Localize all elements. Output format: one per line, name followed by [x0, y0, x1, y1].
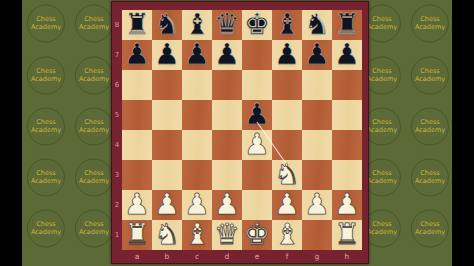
watermark-line2: Academy: [31, 177, 61, 185]
watermark-line2: Academy: [415, 23, 445, 31]
piece-black-bishop[interactable]: ♝: [182, 10, 212, 40]
watermark-line2: Academy: [415, 75, 445, 83]
piece-white-pawn[interactable]: ♟: [212, 190, 242, 220]
square-c1[interactable]: ♝: [182, 220, 212, 250]
square-b4[interactable]: [152, 130, 182, 160]
piece-white-pawn[interactable]: ♟: [152, 190, 182, 220]
rank-label-1: 1: [112, 220, 122, 250]
piece-white-pawn[interactable]: ♟: [242, 130, 272, 160]
square-c8[interactable]: ♝: [182, 10, 212, 40]
rank-label-8: 8: [112, 10, 122, 40]
piece-black-pawn[interactable]: ♟: [212, 40, 242, 70]
watermark: ChessAcademy: [415, 170, 445, 185]
file-label-h: h: [332, 250, 362, 263]
piece-white-pawn[interactable]: ♟: [332, 190, 362, 220]
piece-white-pawn[interactable]: ♟: [272, 190, 302, 220]
watermark: ChessAcademy: [415, 16, 445, 31]
file-label-a: a: [122, 250, 152, 263]
rank-label-2: 2: [112, 190, 122, 220]
file-label-g: g: [302, 250, 332, 263]
watermark: ChessAcademy: [367, 221, 397, 236]
square-c2[interactable]: ♟: [182, 190, 212, 220]
piece-black-bishop[interactable]: ♝: [272, 10, 302, 40]
square-e6[interactable]: [242, 70, 272, 100]
watermark: ChessAcademy: [79, 119, 109, 134]
square-e7[interactable]: [242, 40, 272, 70]
square-e5[interactable]: ♟: [242, 100, 272, 130]
rank-label-7: 7: [112, 40, 122, 70]
watermark: ChessAcademy: [31, 170, 61, 185]
watermark: ChessAcademy: [367, 119, 397, 134]
watermark-line2: Academy: [415, 126, 445, 134]
watermark: ChessAcademy: [79, 170, 109, 185]
square-g3[interactable]: [302, 160, 332, 190]
watermark: ChessAcademy: [31, 119, 61, 134]
square-a5[interactable]: [122, 100, 152, 130]
square-d2[interactable]: ♟: [212, 190, 242, 220]
rank-label-3: 3: [112, 160, 122, 190]
square-a4[interactable]: [122, 130, 152, 160]
piece-black-knight[interactable]: ♞: [152, 10, 182, 40]
watermark-line2: Academy: [31, 23, 61, 31]
piece-black-pawn[interactable]: ♟: [272, 40, 302, 70]
watermark: ChessAcademy: [415, 68, 445, 83]
square-c7[interactable]: ♟: [182, 40, 212, 70]
piece-black-pawn[interactable]: ♟: [152, 40, 182, 70]
square-d7[interactable]: ♟: [212, 40, 242, 70]
piece-black-king[interactable]: ♚: [242, 10, 272, 40]
watermark-line2: Academy: [415, 177, 445, 185]
piece-black-knight[interactable]: ♞: [302, 10, 332, 40]
square-g4[interactable]: [302, 130, 332, 160]
board-grid: ♜♞♝♛♚♝♞♜♟♟♟♟♟♟♟♟♟♞♟♟♟♟♟♟♟♜♞♝♛♚♝♜: [122, 10, 362, 250]
file-label-d: d: [212, 250, 242, 263]
square-g5[interactable]: [302, 100, 332, 130]
square-e1[interactable]: ♚: [242, 220, 272, 250]
watermark-line2: Academy: [367, 75, 397, 83]
watermark: ChessAcademy: [415, 119, 445, 134]
watermark: ChessAcademy: [31, 16, 61, 31]
piece-black-rook[interactable]: ♜: [332, 10, 362, 40]
piece-black-rook[interactable]: ♜: [122, 10, 152, 40]
square-c5[interactable]: [182, 100, 212, 130]
watermark-line2: Academy: [79, 126, 109, 134]
piece-black-pawn[interactable]: ♟: [242, 100, 272, 130]
piece-white-queen[interactable]: ♛: [212, 220, 242, 250]
square-d1[interactable]: ♛: [212, 220, 242, 250]
square-h5[interactable]: [332, 100, 362, 130]
piece-white-bishop[interactable]: ♝: [272, 220, 302, 250]
square-a1[interactable]: ♜: [122, 220, 152, 250]
square-c4[interactable]: [182, 130, 212, 160]
square-g8[interactable]: ♞: [302, 10, 332, 40]
file-label-c: c: [182, 250, 212, 263]
square-b6[interactable]: [152, 70, 182, 100]
file-label-e: e: [242, 250, 272, 263]
square-h1[interactable]: ♜: [332, 220, 362, 250]
square-a6[interactable]: [122, 70, 152, 100]
square-a2[interactable]: ♟: [122, 190, 152, 220]
piece-white-rook[interactable]: ♜: [122, 220, 152, 250]
square-d6[interactable]: [212, 70, 242, 100]
square-b5[interactable]: [152, 100, 182, 130]
piece-black-pawn[interactable]: ♟: [302, 40, 332, 70]
piece-black-pawn[interactable]: ♟: [182, 40, 212, 70]
square-e8[interactable]: ♚: [242, 10, 272, 40]
square-h2[interactable]: ♟: [332, 190, 362, 220]
watermark-line2: Academy: [367, 23, 397, 31]
square-g6[interactable]: [302, 70, 332, 100]
square-e2[interactable]: [242, 190, 272, 220]
square-d8[interactable]: ♛: [212, 10, 242, 40]
piece-white-knight[interactable]: ♞: [272, 160, 302, 190]
piece-white-king[interactable]: ♚: [242, 220, 272, 250]
square-f1[interactable]: ♝: [272, 220, 302, 250]
piece-black-pawn[interactable]: ♟: [122, 40, 152, 70]
watermark: ChessAcademy: [31, 68, 61, 83]
square-f2[interactable]: ♟: [272, 190, 302, 220]
square-h8[interactable]: ♜: [332, 10, 362, 40]
square-h4[interactable]: [332, 130, 362, 160]
watermark: ChessAcademy: [31, 221, 61, 236]
watermark: ChessAcademy: [367, 170, 397, 185]
square-b1[interactable]: ♞: [152, 220, 182, 250]
piece-black-queen[interactable]: ♛: [212, 10, 242, 40]
rank-label-4: 4: [112, 130, 122, 160]
square-a7[interactable]: ♟: [122, 40, 152, 70]
watermark-line2: Academy: [31, 228, 61, 236]
watermark-line2: Academy: [367, 126, 397, 134]
watermark: ChessAcademy: [79, 68, 109, 83]
square-g2[interactable]: ♟: [302, 190, 332, 220]
piece-white-pawn[interactable]: ♟: [122, 190, 152, 220]
piece-white-rook[interactable]: ♜: [332, 220, 362, 250]
watermark: ChessAcademy: [79, 221, 109, 236]
square-g7[interactable]: ♟: [302, 40, 332, 70]
square-c6[interactable]: [182, 70, 212, 100]
square-f5[interactable]: [272, 100, 302, 130]
square-e4[interactable]: ♟: [242, 130, 272, 160]
watermark-line2: Academy: [367, 177, 397, 185]
piece-white-knight[interactable]: ♞: [152, 220, 182, 250]
square-f3[interactable]: ♞: [272, 160, 302, 190]
square-d4[interactable]: [212, 130, 242, 160]
square-d3[interactable]: [212, 160, 242, 190]
square-a8[interactable]: ♜: [122, 10, 152, 40]
watermark-line2: Academy: [31, 75, 61, 83]
square-b3[interactable]: [152, 160, 182, 190]
watermark-line2: Academy: [79, 75, 109, 83]
square-a3[interactable]: [122, 160, 152, 190]
watermark-line2: Academy: [415, 228, 445, 236]
square-b8[interactable]: ♞: [152, 10, 182, 40]
piece-white-pawn[interactable]: ♟: [182, 190, 212, 220]
square-f6[interactable]: [272, 70, 302, 100]
square-b2[interactable]: ♟: [152, 190, 182, 220]
square-g1[interactable]: [302, 220, 332, 250]
square-f7[interactable]: ♟: [272, 40, 302, 70]
watermark: ChessAcademy: [415, 221, 445, 236]
square-h3[interactable]: [332, 160, 362, 190]
watermark-line2: Academy: [79, 228, 109, 236]
chess-board: ♜♞♝♛♚♝♞♜♟♟♟♟♟♟♟♟♟♞♟♟♟♟♟♟♟♜♞♝♛♚♝♜ 8765432…: [111, 1, 369, 264]
rank-label-6: 6: [112, 70, 122, 100]
watermark-line2: Academy: [79, 177, 109, 185]
square-f8[interactable]: ♝: [272, 10, 302, 40]
square-e3[interactable]: [242, 160, 272, 190]
piece-white-bishop[interactable]: ♝: [182, 220, 212, 250]
square-b7[interactable]: ♟: [152, 40, 182, 70]
watermark: ChessAcademy: [79, 16, 109, 31]
square-c3[interactable]: [182, 160, 212, 190]
square-f4[interactable]: [272, 130, 302, 160]
rank-label-5: 5: [112, 100, 122, 130]
watermark: ChessAcademy: [367, 68, 397, 83]
square-h6[interactable]: [332, 70, 362, 100]
watermark-line2: Academy: [367, 228, 397, 236]
piece-black-pawn[interactable]: ♟: [332, 40, 362, 70]
square-h7[interactable]: ♟: [332, 40, 362, 70]
file-label-f: f: [272, 250, 302, 263]
watermark-line2: Academy: [79, 23, 109, 31]
watermark: ChessAcademy: [367, 16, 397, 31]
watermark-line2: Academy: [31, 126, 61, 134]
square-d5[interactable]: [212, 100, 242, 130]
file-label-b: b: [152, 250, 182, 263]
piece-white-pawn[interactable]: ♟: [302, 190, 332, 220]
